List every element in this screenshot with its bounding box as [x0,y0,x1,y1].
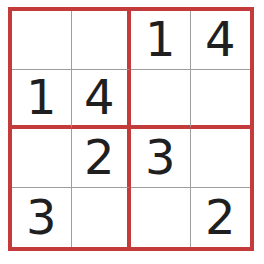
cell-r1c4: 4 [191,11,251,70]
cell-r4c1: 3 [12,188,72,247]
cell-r2c4[interactable] [191,70,251,129]
cell-r2c3[interactable] [131,70,191,129]
cell-r3c1[interactable] [12,129,72,188]
cell-r2c1: 1 [12,70,72,129]
cell-digit: 1 [145,15,176,63]
cell-r1c2[interactable] [72,11,132,70]
cell-r3c3: 3 [131,129,191,188]
cell-r2c2: 4 [72,70,132,129]
cell-digit: 3 [26,193,57,241]
cell-digit: 3 [145,133,176,181]
cell-r4c2[interactable] [72,188,132,247]
cell-r4c3[interactable] [131,188,191,247]
cell-r3c4[interactable] [191,129,251,188]
cell-r3c2: 2 [72,129,132,188]
cell-digit: 1 [26,73,57,121]
cell-r1c1[interactable] [12,11,72,70]
cell-digit: 2 [84,133,115,181]
cell-r1c3: 1 [131,11,191,70]
cell-r4c4: 2 [191,188,251,247]
sudoku-board: 14142332 [8,7,254,251]
cell-digit: 4 [205,15,236,63]
page: 14142332 [0,0,264,264]
cell-digit: 4 [84,73,115,121]
cell-digit: 2 [205,193,236,241]
